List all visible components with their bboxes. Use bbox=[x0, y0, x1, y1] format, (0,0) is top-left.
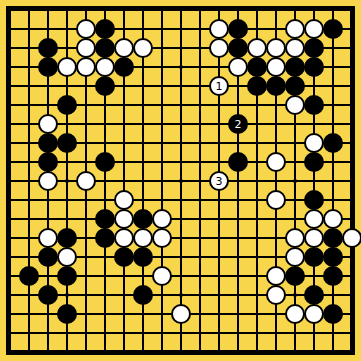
white-stone[interactable] bbox=[304, 209, 324, 229]
black-stone[interactable] bbox=[95, 209, 115, 229]
white-stone[interactable] bbox=[95, 57, 115, 77]
black-stone[interactable] bbox=[38, 152, 58, 172]
white-stone[interactable] bbox=[152, 209, 172, 229]
black-stone[interactable] bbox=[38, 133, 58, 153]
black-stone[interactable] bbox=[95, 228, 115, 248]
black-stone[interactable] bbox=[304, 152, 324, 172]
black-stone[interactable] bbox=[304, 190, 324, 210]
white-stone[interactable] bbox=[76, 171, 96, 191]
black-stone[interactable] bbox=[228, 38, 248, 58]
black-stone[interactable] bbox=[38, 285, 58, 305]
white-stone[interactable] bbox=[304, 133, 324, 153]
black-stone[interactable] bbox=[304, 57, 324, 77]
white-stone[interactable] bbox=[114, 209, 134, 229]
black-stone[interactable] bbox=[38, 38, 58, 58]
black-stone[interactable] bbox=[38, 57, 58, 77]
white-stone-move-1[interactable]: 1 bbox=[209, 76, 229, 96]
white-stone[interactable] bbox=[266, 57, 286, 77]
black-stone[interactable] bbox=[228, 152, 248, 172]
white-stone[interactable] bbox=[247, 38, 267, 58]
black-stone[interactable] bbox=[266, 76, 286, 96]
black-stone[interactable] bbox=[38, 247, 58, 267]
white-stone[interactable] bbox=[114, 38, 134, 58]
black-stone[interactable] bbox=[285, 266, 305, 286]
white-stone[interactable] bbox=[209, 19, 229, 39]
white-stone[interactable] bbox=[152, 266, 172, 286]
white-stone[interactable] bbox=[285, 304, 305, 324]
white-stone[interactable] bbox=[76, 57, 96, 77]
white-stone[interactable] bbox=[76, 38, 96, 58]
white-stone[interactable] bbox=[342, 228, 361, 248]
black-stone[interactable] bbox=[133, 247, 153, 267]
star-point bbox=[65, 293, 69, 297]
black-stone[interactable] bbox=[133, 209, 153, 229]
black-stone[interactable] bbox=[57, 266, 77, 286]
black-stone[interactable] bbox=[57, 304, 77, 324]
white-stone[interactable] bbox=[133, 228, 153, 248]
white-stone[interactable] bbox=[171, 304, 191, 324]
black-stone[interactable] bbox=[114, 57, 134, 77]
black-stone[interactable] bbox=[247, 57, 267, 77]
black-stone[interactable] bbox=[304, 285, 324, 305]
black-stone[interactable] bbox=[228, 19, 248, 39]
black-stone[interactable] bbox=[323, 304, 343, 324]
white-stone[interactable] bbox=[209, 38, 229, 58]
white-stone[interactable] bbox=[57, 57, 77, 77]
black-stone[interactable] bbox=[95, 76, 115, 96]
black-stone[interactable] bbox=[57, 95, 77, 115]
black-stone[interactable] bbox=[285, 76, 305, 96]
white-stone[interactable] bbox=[323, 209, 343, 229]
black-stone[interactable] bbox=[323, 133, 343, 153]
white-stone[interactable] bbox=[285, 247, 305, 267]
black-stone-move-2[interactable]: 2 bbox=[228, 114, 248, 134]
star-point bbox=[179, 179, 183, 183]
white-stone[interactable] bbox=[285, 19, 305, 39]
white-stone[interactable] bbox=[266, 266, 286, 286]
white-stone[interactable] bbox=[304, 19, 324, 39]
white-stone[interactable] bbox=[304, 228, 324, 248]
star-point bbox=[179, 65, 183, 69]
move-number-label: 3 bbox=[216, 176, 223, 187]
white-stone[interactable] bbox=[266, 285, 286, 305]
white-stone[interactable] bbox=[228, 57, 248, 77]
white-stone[interactable] bbox=[57, 247, 77, 267]
move-number-label: 2 bbox=[235, 119, 242, 130]
white-stone[interactable] bbox=[76, 19, 96, 39]
black-stone[interactable] bbox=[247, 76, 267, 96]
white-stone[interactable] bbox=[285, 95, 305, 115]
white-stone[interactable] bbox=[266, 190, 286, 210]
black-stone[interactable] bbox=[323, 228, 343, 248]
star-point bbox=[179, 293, 183, 297]
white-stone[interactable] bbox=[114, 190, 134, 210]
black-stone[interactable] bbox=[95, 19, 115, 39]
black-stone[interactable] bbox=[323, 266, 343, 286]
white-stone-move-3[interactable]: 3 bbox=[209, 171, 229, 191]
white-stone[interactable] bbox=[285, 228, 305, 248]
black-stone[interactable] bbox=[133, 285, 153, 305]
star-point bbox=[65, 179, 69, 183]
black-stone[interactable] bbox=[57, 133, 77, 153]
move-number-label: 1 bbox=[216, 81, 223, 92]
white-stone[interactable] bbox=[38, 228, 58, 248]
white-stone[interactable] bbox=[152, 228, 172, 248]
black-stone[interactable] bbox=[95, 152, 115, 172]
black-stone[interactable] bbox=[323, 247, 343, 267]
white-stone[interactable] bbox=[304, 304, 324, 324]
black-stone[interactable] bbox=[304, 38, 324, 58]
black-stone[interactable] bbox=[114, 247, 134, 267]
white-stone[interactable] bbox=[114, 228, 134, 248]
black-stone[interactable] bbox=[304, 247, 324, 267]
white-stone[interactable] bbox=[38, 171, 58, 191]
star-point bbox=[293, 293, 297, 297]
star-point bbox=[293, 179, 297, 183]
white-stone[interactable] bbox=[266, 38, 286, 58]
go-board: 123 bbox=[0, 0, 361, 361]
white-stone[interactable] bbox=[285, 38, 305, 58]
black-stone[interactable] bbox=[95, 38, 115, 58]
white-stone[interactable] bbox=[266, 152, 286, 172]
white-stone[interactable] bbox=[38, 114, 58, 134]
black-stone[interactable] bbox=[57, 228, 77, 248]
black-stone[interactable] bbox=[285, 57, 305, 77]
black-stone[interactable] bbox=[304, 95, 324, 115]
black-stone[interactable] bbox=[19, 266, 39, 286]
white-stone[interactable] bbox=[133, 38, 153, 58]
black-stone[interactable] bbox=[323, 19, 343, 39]
